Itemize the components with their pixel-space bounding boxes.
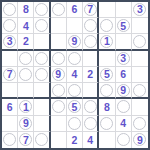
odd-circle	[35, 68, 48, 81]
given-digit: 9	[55, 69, 61, 80]
cell-r8c3[interactable]	[34, 116, 50, 132]
odd-circle	[100, 19, 113, 32]
odd-circle: 7	[19, 133, 32, 146]
given-digit: 4	[72, 69, 78, 80]
given-digit: 7	[23, 135, 29, 146]
cell-r1c9[interactable]: 3	[132, 2, 148, 18]
odd-circle: 9	[68, 35, 81, 48]
cell-r7c9[interactable]	[132, 99, 148, 115]
cell-r1c1[interactable]	[2, 2, 18, 18]
cell-r1c8[interactable]	[116, 2, 132, 18]
given-digit: 2	[87, 69, 93, 80]
cell-r3c9[interactable]	[132, 34, 148, 50]
cell-r9c3[interactable]	[34, 132, 50, 148]
given-digit: 6	[7, 102, 13, 113]
odd-circle	[68, 117, 81, 130]
cell-r1c7[interactable]	[99, 2, 115, 18]
odd-circle: 3	[117, 52, 130, 65]
given-digit: 3	[137, 4, 143, 15]
cell-r8c2[interactable]: 9	[18, 116, 34, 132]
cell-r1c4[interactable]	[51, 2, 67, 18]
cell-r8c6[interactable]	[83, 116, 99, 132]
given-digit: 5	[104, 69, 110, 80]
cell-r6c6[interactable]	[83, 83, 99, 99]
cell-r1c6[interactable]: 7	[83, 2, 99, 18]
odd-circle	[133, 84, 146, 97]
cell-r2c5[interactable]	[67, 18, 83, 34]
cell-r7c3[interactable]	[34, 99, 50, 115]
cell-r5c4[interactable]: 9	[51, 67, 67, 83]
given-digit: 3	[7, 36, 13, 47]
odd-circle: 7	[3, 68, 16, 81]
cell-r9c8[interactable]	[116, 132, 132, 148]
given-digit: 9	[137, 135, 143, 146]
cell-r3c2[interactable]: 2	[18, 34, 34, 50]
given-digit: 9	[23, 118, 29, 129]
cell-r6c1[interactable]	[2, 83, 18, 99]
given-digit: 5	[120, 21, 126, 32]
cell-r7c4[interactable]	[51, 99, 67, 115]
given-digit: 6	[120, 69, 126, 80]
cell-r4c2[interactable]	[18, 51, 34, 67]
odd-circle	[117, 100, 130, 113]
cell-r6c2[interactable]	[18, 83, 34, 99]
cell-r3c4[interactable]	[51, 34, 67, 50]
odd-circle: 1	[19, 100, 32, 113]
cell-r5c1[interactable]: 7	[2, 67, 18, 83]
cell-r4c6[interactable]	[83, 51, 99, 67]
cell-r2c3[interactable]	[34, 18, 50, 34]
cell-r5c2[interactable]	[18, 67, 34, 83]
odd-circle: 9	[117, 84, 130, 97]
odd-circle	[19, 68, 32, 81]
odd-circle: 5	[100, 68, 113, 81]
given-digit: 5	[72, 102, 78, 113]
given-digit: 1	[23, 102, 29, 113]
odd-circle: 9	[19, 117, 32, 130]
odd-circle	[35, 133, 48, 146]
odd-circle: 3	[3, 35, 16, 48]
cell-r2c1[interactable]	[2, 18, 18, 34]
odd-circle	[3, 133, 16, 146]
given-digit: 3	[120, 53, 126, 64]
cell-r3c7[interactable]: 1	[99, 34, 115, 50]
given-digit: 8	[23, 4, 29, 15]
odd-circle	[68, 84, 81, 97]
odd-circle	[52, 52, 65, 65]
cell-r5c5[interactable]: 4	[67, 67, 83, 83]
cell-r3c6[interactable]	[83, 34, 99, 50]
cell-r2c2[interactable]: 4	[18, 18, 34, 34]
cell-r3c1[interactable]: 3	[2, 34, 18, 50]
cell-r8c8[interactable]: 4	[116, 116, 132, 132]
cell-r6c9[interactable]	[132, 83, 148, 99]
odd-circle	[100, 117, 113, 130]
cell-r6c4[interactable]	[51, 83, 67, 99]
odd-circle	[3, 3, 16, 16]
odd-circle	[133, 117, 146, 130]
odd-circle: 5	[117, 19, 130, 32]
cell-r9c6[interactable]: 4	[83, 132, 99, 148]
cell-r7c5[interactable]: 5	[67, 99, 83, 115]
odd-circle	[68, 52, 81, 65]
cell-r5c7[interactable]: 5	[99, 67, 115, 83]
cell-r9c2[interactable]: 7	[18, 132, 34, 148]
cell-r7c2[interactable]: 1	[18, 99, 34, 115]
cell-r8c4[interactable]	[51, 116, 67, 132]
odd-circle	[52, 3, 65, 16]
cell-r6c7[interactable]	[99, 83, 115, 99]
cell-r7c7[interactable]: 8	[99, 99, 115, 115]
cell-r8c1[interactable]	[2, 116, 18, 132]
cell-r6c5[interactable]	[67, 83, 83, 99]
given-digit: 2	[72, 135, 78, 146]
odd-circle	[35, 52, 48, 65]
cell-r3c5[interactable]: 9	[67, 34, 83, 50]
cell-r2c9[interactable]	[132, 18, 148, 34]
cell-r4c1[interactable]	[2, 51, 18, 67]
cell-r2c6[interactable]	[83, 18, 99, 34]
cell-r7c6[interactable]	[83, 99, 99, 115]
cell-r4c9[interactable]	[132, 51, 148, 67]
cell-r4c3[interactable]	[34, 51, 50, 67]
odd-circle	[84, 19, 97, 32]
odd-circle	[35, 19, 48, 32]
cell-r2c4[interactable]	[51, 18, 67, 34]
cell-r4c5[interactable]	[67, 51, 83, 67]
cell-r5c8[interactable]: 6	[116, 67, 132, 83]
cell-r2c7[interactable]	[99, 18, 115, 34]
given-digit: 2	[23, 36, 29, 47]
given-digit: 9	[72, 36, 78, 47]
given-digit: 4	[23, 21, 29, 32]
odd-circle	[84, 100, 97, 113]
given-digit: 8	[104, 102, 110, 113]
cell-r1c2[interactable]: 8	[18, 2, 34, 18]
cell-r3c3[interactable]	[34, 34, 50, 50]
cell-r5c3[interactable]	[34, 67, 50, 83]
cell-r4c7[interactable]	[99, 51, 115, 67]
odd-circle	[100, 84, 113, 97]
odd-circle: 5	[68, 100, 81, 113]
odd-circle	[84, 35, 97, 48]
cell-r9c1[interactable]	[2, 132, 18, 148]
odd-circle	[117, 133, 130, 146]
odd-circle: 7	[84, 3, 97, 16]
odd-circle: 9	[52, 68, 65, 81]
cell-r1c5[interactable]: 6	[67, 2, 83, 18]
odd-circle: 9	[133, 133, 146, 146]
cell-r8c5[interactable]	[67, 116, 83, 132]
given-digit: 7	[7, 69, 13, 80]
cell-r6c8[interactable]: 9	[116, 83, 132, 99]
cell-r4c4[interactable]	[51, 51, 67, 67]
cell-r9c7[interactable]	[99, 132, 115, 148]
cell-r1c3[interactable]	[34, 2, 50, 18]
given-digit: 9	[120, 85, 126, 96]
sudoku-board: 8673453291379425696158947249	[0, 0, 150, 150]
given-digit: 4	[120, 118, 126, 129]
given-digit: 4	[87, 135, 93, 146]
given-digit: 6	[72, 4, 78, 15]
odd-circle: 1	[100, 35, 113, 48]
cell-r9c4[interactable]	[51, 132, 67, 148]
odd-circle	[133, 35, 146, 48]
odd-circle	[35, 3, 48, 16]
cell-r8c7[interactable]	[99, 116, 115, 132]
cell-r3c8[interactable]	[116, 34, 132, 50]
odd-circle: 3	[133, 3, 146, 16]
cell-r5c9[interactable]	[132, 67, 148, 83]
cell-r4c8[interactable]: 3	[116, 51, 132, 67]
cell-r6c3[interactable]	[34, 83, 50, 99]
odd-circle	[19, 52, 32, 65]
odd-circle	[52, 100, 65, 113]
odd-circle	[3, 19, 16, 32]
odd-circle	[84, 117, 97, 130]
cell-r9c5[interactable]: 2	[67, 132, 83, 148]
given-digit: 7	[87, 4, 93, 15]
cell-r8c9[interactable]	[132, 116, 148, 132]
cell-r2c8[interactable]: 5	[116, 18, 132, 34]
cell-r7c8[interactable]	[116, 99, 132, 115]
cell-r7c1[interactable]: 6	[2, 99, 18, 115]
given-digit: 1	[104, 36, 110, 47]
odd-circle	[52, 84, 65, 97]
cell-r5c6[interactable]: 2	[83, 67, 99, 83]
cell-r9c9[interactable]: 9	[132, 132, 148, 148]
